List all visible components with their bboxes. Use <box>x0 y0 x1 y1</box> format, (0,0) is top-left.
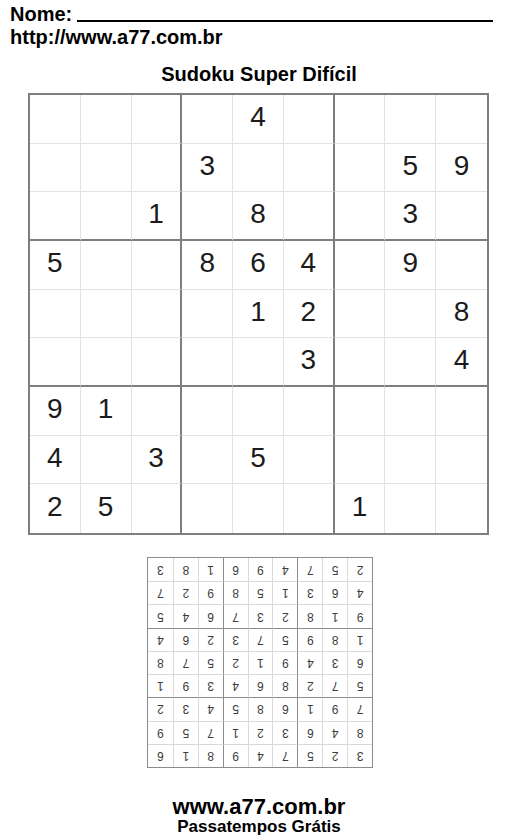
solution-cell-r6c4: 5 <box>272 628 297 651</box>
puzzle-cell-r9c7[interactable]: 1 <box>335 484 386 533</box>
puzzle-cell-r3c3[interactable]: 1 <box>132 192 183 241</box>
solution-cell-r4c8: 9 <box>173 674 198 697</box>
solution-cell-r9c4: 4 <box>272 558 297 581</box>
puzzle-cell-r7c8[interactable] <box>385 387 436 436</box>
puzzle-cell-r7c5[interactable] <box>233 387 284 436</box>
solution-cell-r4c3: 2 <box>297 674 322 697</box>
name-fill-line <box>77 20 493 22</box>
puzzle-cell-r2c4[interactable]: 3 <box>182 144 233 193</box>
puzzle-cell-r2c2[interactable] <box>81 144 132 193</box>
puzzle-cell-r2c1[interactable] <box>30 144 81 193</box>
puzzle-cell-r2c3[interactable] <box>132 144 183 193</box>
solution-cell-r3c8: 3 <box>173 697 198 720</box>
solution-cell-r3c1: 7 <box>347 697 372 720</box>
solution-cell-r7c7: 6 <box>198 604 223 627</box>
puzzle-cell-r7c9[interactable] <box>436 387 487 436</box>
solution-cell-r8c2: 6 <box>322 581 347 604</box>
solution-cell-r1c5: 4 <box>248 744 273 767</box>
solution-cell-r9c3: 7 <box>297 558 322 581</box>
solution-cell-r4c5: 6 <box>248 674 273 697</box>
puzzle-cell-r8c9[interactable] <box>436 436 487 485</box>
solution-cell-r3c6: 5 <box>223 697 248 720</box>
solution-cell-r8c1: 4 <box>347 581 372 604</box>
puzzle-cell-r6c8[interactable] <box>385 338 436 387</box>
puzzle-cell-r7c7[interactable] <box>335 387 386 436</box>
solution-cell-r5c1: 6 <box>347 651 372 674</box>
puzzle-cell-r4c9[interactable] <box>436 241 487 290</box>
solution-cell-r5c2: 3 <box>322 651 347 674</box>
puzzle-cell-r3c4[interactable] <box>182 192 233 241</box>
solution-cell-r8c5: 5 <box>248 581 273 604</box>
solution-cell-r9c6: 6 <box>223 558 248 581</box>
solution-cell-r2c9: 9 <box>148 721 173 744</box>
puzzle-cell-r9c6[interactable] <box>284 484 335 533</box>
puzzle-cell-r9c2[interactable]: 5 <box>81 484 132 533</box>
solution-cell-r2c8: 5 <box>173 721 198 744</box>
solution-cell-r9c9: 3 <box>148 558 173 581</box>
solution-cell-r7c5: 3 <box>248 604 273 627</box>
solution-cell-r8c3: 3 <box>297 581 322 604</box>
solution-cell-r5c8: 7 <box>173 651 198 674</box>
puzzle-cell-r7c2[interactable]: 1 <box>81 387 132 436</box>
puzzle-cell-r3c6[interactable] <box>284 192 335 241</box>
name-label: Nome: <box>10 3 72 26</box>
puzzle-cell-r3c1[interactable] <box>30 192 81 241</box>
puzzle-cell-r5c3[interactable] <box>132 290 183 339</box>
puzzle-cell-r7c3[interactable] <box>132 387 183 436</box>
puzzle-cell-r1c7[interactable] <box>335 95 386 144</box>
puzzle-cell-r8c5[interactable]: 5 <box>233 436 284 485</box>
solution-cell-r8c4: 1 <box>272 581 297 604</box>
puzzle-cell-r6c2[interactable] <box>81 338 132 387</box>
solution-cell-r1c3: 5 <box>297 744 322 767</box>
puzzle-cell-r8c7[interactable] <box>335 436 386 485</box>
solution-cell-r7c4: 2 <box>272 604 297 627</box>
solution-cell-r3c9: 2 <box>148 697 173 720</box>
puzzle-cell-r9c1[interactable]: 2 <box>30 484 81 533</box>
solution-cell-r8c7: 9 <box>198 581 223 604</box>
solution-cell-r1c8: 1 <box>173 744 198 767</box>
solution-cell-r2c3: 6 <box>297 721 322 744</box>
footer-tagline: Passatempos Grátis <box>0 817 518 837</box>
solution-cell-r6c5: 7 <box>248 628 273 651</box>
solution-cell-r4c4: 8 <box>272 674 297 697</box>
puzzle-cell-r3c7[interactable] <box>335 192 386 241</box>
puzzle-cell-r8c1[interactable]: 4 <box>30 436 81 485</box>
puzzle-cell-r1c9[interactable] <box>436 95 487 144</box>
solution-cell-r6c7: 2 <box>198 628 223 651</box>
solution-cell-r3c5: 8 <box>248 697 273 720</box>
page-title: Sudoku Super Difícil <box>0 63 518 86</box>
puzzle-cell-r5c4[interactable] <box>182 290 233 339</box>
puzzle-cell-r5c6[interactable]: 2 <box>284 290 335 339</box>
solution-cell-r8c6: 8 <box>223 581 248 604</box>
puzzle-cell-r1c1[interactable] <box>30 95 81 144</box>
puzzle-cell-r4c4[interactable]: 8 <box>182 241 233 290</box>
puzzle-cell-r9c5[interactable] <box>233 484 284 533</box>
puzzle-cell-r1c6[interactable] <box>284 95 335 144</box>
solution-cell-r6c1: 1 <box>347 628 372 651</box>
solution-cell-r7c6: 7 <box>223 604 248 627</box>
puzzle-cell-r3c8[interactable]: 3 <box>385 192 436 241</box>
puzzle-cell-r9c9[interactable] <box>436 484 487 533</box>
solution-cell-r8c8: 2 <box>173 581 198 604</box>
solution-cell-r2c1: 8 <box>347 721 372 744</box>
puzzle-cell-r6c3[interactable] <box>132 338 183 387</box>
sudoku-print-page: Nome: http://www.a77.com.br Sudoku Super… <box>0 0 518 840</box>
puzzle-cell-r4c6[interactable]: 4 <box>284 241 335 290</box>
puzzle-cell-r4c3[interactable] <box>132 241 183 290</box>
puzzle-cell-r5c8[interactable] <box>385 290 436 339</box>
solution-grid-rotated: 3257498168463217597916854325728643916349… <box>147 557 373 768</box>
puzzle-cell-r2c6[interactable] <box>284 144 335 193</box>
puzzle-cell-r8c2[interactable] <box>81 436 132 485</box>
solution-cell-r4c9: 1 <box>148 674 173 697</box>
puzzle-cell-r5c1[interactable] <box>30 290 81 339</box>
puzzle-cell-r6c4[interactable] <box>182 338 233 387</box>
puzzle-cell-r9c3[interactable] <box>132 484 183 533</box>
solution-cell-r6c3: 9 <box>297 628 322 651</box>
solution-cell-r9c7: 1 <box>198 558 223 581</box>
solution-cell-r2c4: 3 <box>272 721 297 744</box>
solution-cell-r1c7: 8 <box>198 744 223 767</box>
puzzle-cell-r2c9[interactable]: 9 <box>436 144 487 193</box>
puzzle-grid: 4359183586491283491435251 <box>28 93 489 535</box>
puzzle-cell-r4c1[interactable]: 5 <box>30 241 81 290</box>
puzzle-cell-r2c8[interactable]: 5 <box>385 144 436 193</box>
solution-cell-r6c6: 3 <box>223 628 248 651</box>
puzzle-cell-r3c5[interactable]: 8 <box>233 192 284 241</box>
puzzle-cell-r4c7[interactable] <box>335 241 386 290</box>
puzzle-cell-r8c6[interactable] <box>284 436 335 485</box>
solution-cell-r5c7: 5 <box>198 651 223 674</box>
solution-cell-r5c4: 9 <box>272 651 297 674</box>
puzzle-cell-r7c1[interactable]: 9 <box>30 387 81 436</box>
solution-cell-r4c2: 7 <box>322 674 347 697</box>
solution-cell-r9c5: 9 <box>248 558 273 581</box>
solution-cell-r3c3: 1 <box>297 697 322 720</box>
puzzle-cell-r2c7[interactable] <box>335 144 386 193</box>
puzzle-cell-r8c3[interactable]: 3 <box>132 436 183 485</box>
solution-cell-r1c1: 3 <box>347 744 372 767</box>
solution-cell-r7c8: 4 <box>173 604 198 627</box>
solution-cell-r3c2: 9 <box>322 697 347 720</box>
puzzle-cell-r1c4[interactable] <box>182 95 233 144</box>
solution-cell-r5c3: 4 <box>297 651 322 674</box>
puzzle-cell-r1c2[interactable] <box>81 95 132 144</box>
solution-cell-r1c4: 7 <box>272 744 297 767</box>
solution-cell-r2c6: 1 <box>223 721 248 744</box>
puzzle-cell-r5c5[interactable]: 1 <box>233 290 284 339</box>
solution-cell-r3c7: 4 <box>198 697 223 720</box>
solution-cell-r7c9: 5 <box>148 604 173 627</box>
solution-cell-r7c1: 9 <box>347 604 372 627</box>
solution-cell-r8c9: 7 <box>148 581 173 604</box>
solution-cell-r4c1: 5 <box>347 674 372 697</box>
solution-cell-r9c8: 8 <box>173 558 198 581</box>
solution-cell-r6c8: 6 <box>173 628 198 651</box>
puzzle-cell-r4c8[interactable]: 9 <box>385 241 436 290</box>
site-url-link[interactable]: http://www.a77.com.br <box>10 26 223 49</box>
puzzle-cell-r7c4[interactable] <box>182 387 233 436</box>
solution-cell-r2c7: 7 <box>198 721 223 744</box>
puzzle-cell-r5c9[interactable]: 8 <box>436 290 487 339</box>
puzzle-cell-r1c8[interactable] <box>385 95 436 144</box>
puzzle-cell-r6c9[interactable]: 4 <box>436 338 487 387</box>
solution-cell-r3c4: 6 <box>272 697 297 720</box>
solution-cell-r7c3: 8 <box>297 604 322 627</box>
solution-cell-r9c2: 5 <box>322 558 347 581</box>
solution-cell-r9c1: 2 <box>347 558 372 581</box>
puzzle-cell-r9c8[interactable] <box>385 484 436 533</box>
solution-cell-r5c5: 1 <box>248 651 273 674</box>
puzzle-cell-r6c6[interactable]: 3 <box>284 338 335 387</box>
puzzle-cell-r1c5[interactable]: 4 <box>233 95 284 144</box>
solution-cell-r1c6: 9 <box>223 744 248 767</box>
puzzle-cell-r2c5[interactable] <box>233 144 284 193</box>
solution-cell-r7c2: 1 <box>322 604 347 627</box>
puzzle-cell-r4c5[interactable]: 6 <box>233 241 284 290</box>
puzzle-cell-r3c9[interactable] <box>436 192 487 241</box>
puzzle-cell-r8c8[interactable] <box>385 436 436 485</box>
solution-cell-r1c2: 2 <box>322 744 347 767</box>
solution-cell-r2c5: 2 <box>248 721 273 744</box>
puzzle-cell-r6c5[interactable] <box>233 338 284 387</box>
puzzle-cell-r1c3[interactable] <box>132 95 183 144</box>
solution-cell-r6c2: 8 <box>322 628 347 651</box>
puzzle-cell-r7c6[interactable] <box>284 387 335 436</box>
puzzle-cell-r9c4[interactable] <box>182 484 233 533</box>
solution-cell-r5c9: 8 <box>148 651 173 674</box>
solution-cell-r1c9: 6 <box>148 744 173 767</box>
puzzle-cell-r4c2[interactable] <box>81 241 132 290</box>
puzzle-cell-r5c2[interactable] <box>81 290 132 339</box>
solution-cell-r5c6: 2 <box>223 651 248 674</box>
solution-cell-r6c9: 4 <box>148 628 173 651</box>
solution-cell-r2c2: 4 <box>322 721 347 744</box>
puzzle-cell-r3c2[interactable] <box>81 192 132 241</box>
puzzle-cell-r6c1[interactable] <box>30 338 81 387</box>
solution-cell-r4c7: 3 <box>198 674 223 697</box>
solution-cell-r4c6: 4 <box>223 674 248 697</box>
puzzle-cell-r8c4[interactable] <box>182 436 233 485</box>
puzzle-cell-r6c7[interactable] <box>335 338 386 387</box>
puzzle-cell-r5c7[interactable] <box>335 290 386 339</box>
